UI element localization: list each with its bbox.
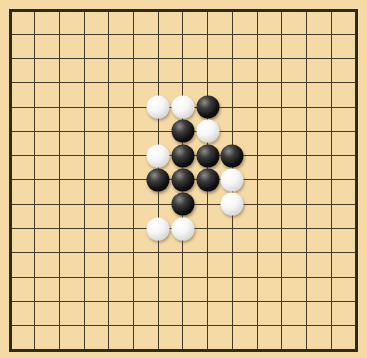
intersection-c4-r12[interactable] xyxy=(96,289,121,313)
black-stone xyxy=(171,120,194,143)
intersection-c14-r0[interactable] xyxy=(344,0,367,22)
intersection-c12-r0[interactable] xyxy=(294,0,319,22)
intersection-c14-r3[interactable] xyxy=(344,71,367,95)
intersection-c8-r12[interactable] xyxy=(195,289,220,313)
black-stone xyxy=(171,168,194,191)
intersection-c11-r4[interactable] xyxy=(269,95,294,119)
intersection-c6-r7[interactable] xyxy=(146,168,171,192)
intersection-c8-r10[interactable] xyxy=(195,241,220,265)
intersection-c7-r10[interactable] xyxy=(171,241,196,265)
intersection-c4-r6[interactable] xyxy=(96,144,121,168)
intersection-c2-r9[interactable] xyxy=(47,216,72,240)
intersection-c7-r11[interactable] xyxy=(171,265,196,289)
intersection-c10-r3[interactable] xyxy=(245,71,270,95)
intersection-c0-r14[interactable] xyxy=(0,338,22,358)
intersection-c3-r6[interactable] xyxy=(72,144,97,168)
intersection-c13-r10[interactable] xyxy=(319,241,344,265)
intersection-c5-r3[interactable] xyxy=(121,71,146,95)
intersection-c4-r13[interactable] xyxy=(96,314,121,338)
intersection-c6-r4[interactable] xyxy=(146,95,171,119)
intersection-c0-r5[interactable] xyxy=(0,119,22,143)
intersection-c13-r14[interactable] xyxy=(319,338,344,358)
intersection-c5-r4[interactable] xyxy=(121,95,146,119)
white-stone xyxy=(171,217,194,240)
intersection-c9-r6[interactable] xyxy=(220,144,245,168)
intersection-c9-r5[interactable] xyxy=(220,119,245,143)
intersection-c10-r12[interactable] xyxy=(245,289,270,313)
intersection-c14-r13[interactable] xyxy=(344,314,367,338)
intersection-c2-r2[interactable] xyxy=(47,46,72,70)
intersection-c4-r1[interactable] xyxy=(96,22,121,46)
intersection-c7-r7[interactable] xyxy=(171,168,196,192)
intersection-c1-r1[interactable] xyxy=(22,22,47,46)
intersection-c6-r8[interactable] xyxy=(146,192,171,216)
intersection-c3-r0[interactable] xyxy=(72,0,97,22)
intersection-c12-r1[interactable] xyxy=(294,22,319,46)
intersection-c4-r2[interactable] xyxy=(96,46,121,70)
intersection-c1-r5[interactable] xyxy=(22,119,47,143)
intersection-c9-r1[interactable] xyxy=(220,22,245,46)
intersection-c0-r4[interactable] xyxy=(0,95,22,119)
intersection-c14-r2[interactable] xyxy=(344,46,367,70)
intersection-c7-r0[interactable] xyxy=(171,0,196,22)
intersection-c3-r1[interactable] xyxy=(72,22,97,46)
intersection-c0-r8[interactable] xyxy=(0,192,22,216)
intersection-c3-r14[interactable] xyxy=(72,338,97,358)
intersection-c9-r7[interactable] xyxy=(220,168,245,192)
intersection-c6-r13[interactable] xyxy=(146,314,171,338)
intersection-c9-r12[interactable] xyxy=(220,289,245,313)
intersection-c11-r13[interactable] xyxy=(269,314,294,338)
intersection-c11-r0[interactable] xyxy=(269,0,294,22)
intersection-c12-r13[interactable] xyxy=(294,314,319,338)
intersection-c1-r4[interactable] xyxy=(22,95,47,119)
intersection-c2-r4[interactable] xyxy=(47,95,72,119)
gomoku-board-screenshot xyxy=(0,0,367,358)
intersection-c8-r8[interactable] xyxy=(195,192,220,216)
intersection-c5-r8[interactable] xyxy=(121,192,146,216)
black-stone xyxy=(196,96,219,119)
intersection-c1-r3[interactable] xyxy=(22,71,47,95)
intersection-c7-r1[interactable] xyxy=(171,22,196,46)
intersection-c0-r1[interactable] xyxy=(0,22,22,46)
intersection-c5-r5[interactable] xyxy=(121,119,146,143)
intersection-c5-r9[interactable] xyxy=(121,216,146,240)
intersection-c1-r11[interactable] xyxy=(22,265,47,289)
black-stone xyxy=(171,144,194,167)
intersection-c11-r7[interactable] xyxy=(269,168,294,192)
intersection-c6-r9[interactable] xyxy=(146,216,171,240)
intersection-c1-r0[interactable] xyxy=(22,0,47,22)
intersection-c7-r6[interactable] xyxy=(171,144,196,168)
intersection-c4-r10[interactable] xyxy=(96,241,121,265)
intersection-c5-r2[interactable] xyxy=(121,46,146,70)
intersection-c12-r12[interactable] xyxy=(294,289,319,313)
intersection-c14-r8[interactable] xyxy=(344,192,367,216)
intersection-c13-r8[interactable] xyxy=(319,192,344,216)
intersection-c14-r5[interactable] xyxy=(344,119,367,143)
intersection-c14-r1[interactable] xyxy=(344,22,367,46)
intersection-c5-r7[interactable] xyxy=(121,168,146,192)
intersection-c2-r10[interactable] xyxy=(47,241,72,265)
black-stone xyxy=(147,168,170,191)
intersection-c12-r11[interactable] xyxy=(294,265,319,289)
intersection-c11-r2[interactable] xyxy=(269,46,294,70)
black-stone xyxy=(196,168,219,191)
intersection-c13-r4[interactable] xyxy=(319,95,344,119)
intersection-c8-r11[interactable] xyxy=(195,265,220,289)
intersection-c10-r8[interactable] xyxy=(245,192,270,216)
intersection-c2-r7[interactable] xyxy=(47,168,72,192)
intersection-c4-r7[interactable] xyxy=(96,168,121,192)
intersection-c2-r14[interactable] xyxy=(47,338,72,358)
intersection-c13-r11[interactable] xyxy=(319,265,344,289)
intersection-c4-r9[interactable] xyxy=(96,216,121,240)
intersection-c5-r1[interactable] xyxy=(121,22,146,46)
intersection-c14-r14[interactable] xyxy=(344,338,367,358)
intersection-c5-r10[interactable] xyxy=(121,241,146,265)
intersection-c12-r8[interactable] xyxy=(294,192,319,216)
intersection-c14-r12[interactable] xyxy=(344,289,367,313)
intersection-c9-r10[interactable] xyxy=(220,241,245,265)
intersection-c12-r2[interactable] xyxy=(294,46,319,70)
intersection-c3-r13[interactable] xyxy=(72,314,97,338)
intersection-c7-r3[interactable] xyxy=(171,71,196,95)
intersection-c14-r10[interactable] xyxy=(344,241,367,265)
intersection-c14-r4[interactable] xyxy=(344,95,367,119)
intersection-c6-r5[interactable] xyxy=(146,119,171,143)
intersection-c7-r4[interactable] xyxy=(171,95,196,119)
intersection-c10-r7[interactable] xyxy=(245,168,270,192)
intersection-c1-r13[interactable] xyxy=(22,314,47,338)
intersection-c1-r9[interactable] xyxy=(22,216,47,240)
intersection-c12-r10[interactable] xyxy=(294,241,319,265)
intersection-c5-r0[interactable] xyxy=(121,0,146,22)
intersection-c11-r9[interactable] xyxy=(269,216,294,240)
intersection-c2-r3[interactable] xyxy=(47,71,72,95)
intersection-c8-r6[interactable] xyxy=(195,144,220,168)
intersection-c8-r2[interactable] xyxy=(195,46,220,70)
intersection-c3-r11[interactable] xyxy=(72,265,97,289)
intersection-c9-r13[interactable] xyxy=(220,314,245,338)
intersection-c1-r7[interactable] xyxy=(22,168,47,192)
intersection-c0-r0[interactable] xyxy=(0,0,22,22)
intersection-c3-r5[interactable] xyxy=(72,119,97,143)
intersection-c8-r14[interactable] xyxy=(195,338,220,358)
intersection-c10-r13[interactable] xyxy=(245,314,270,338)
intersection-c6-r14[interactable] xyxy=(146,338,171,358)
intersection-c14-r11[interactable] xyxy=(344,265,367,289)
intersection-c3-r7[interactable] xyxy=(72,168,97,192)
intersection-c13-r13[interactable] xyxy=(319,314,344,338)
intersection-c6-r2[interactable] xyxy=(146,46,171,70)
intersection-c1-r2[interactable] xyxy=(22,46,47,70)
board-grid xyxy=(0,0,367,358)
intersection-c11-r14[interactable] xyxy=(269,338,294,358)
intersection-c4-r0[interactable] xyxy=(96,0,121,22)
intersection-c11-r5[interactable] xyxy=(269,119,294,143)
intersection-c12-r7[interactable] xyxy=(294,168,319,192)
intersection-c10-r1[interactable] xyxy=(245,22,270,46)
intersection-c13-r1[interactable] xyxy=(319,22,344,46)
intersection-c8-r13[interactable] xyxy=(195,314,220,338)
intersection-c0-r2[interactable] xyxy=(0,46,22,70)
intersection-c6-r12[interactable] xyxy=(146,289,171,313)
intersection-c1-r12[interactable] xyxy=(22,289,47,313)
intersection-c10-r14[interactable] xyxy=(245,338,270,358)
intersection-c11-r6[interactable] xyxy=(269,144,294,168)
white-stone xyxy=(147,217,170,240)
intersection-c3-r3[interactable] xyxy=(72,71,97,95)
intersection-c0-r12[interactable] xyxy=(0,289,22,313)
intersection-c1-r14[interactable] xyxy=(22,338,47,358)
intersection-c7-r5[interactable] xyxy=(171,119,196,143)
intersection-c11-r1[interactable] xyxy=(269,22,294,46)
intersection-c13-r9[interactable] xyxy=(319,216,344,240)
intersection-c9-r2[interactable] xyxy=(220,46,245,70)
intersection-c8-r4[interactable] xyxy=(195,95,220,119)
intersection-c2-r6[interactable] xyxy=(47,144,72,168)
intersection-c4-r4[interactable] xyxy=(96,95,121,119)
intersection-c6-r0[interactable] xyxy=(146,0,171,22)
intersection-c8-r3[interactable] xyxy=(195,71,220,95)
intersection-c3-r4[interactable] xyxy=(72,95,97,119)
intersection-c12-r3[interactable] xyxy=(294,71,319,95)
intersection-c3-r9[interactable] xyxy=(72,216,97,240)
intersection-c10-r5[interactable] xyxy=(245,119,270,143)
intersection-c9-r9[interactable] xyxy=(220,216,245,240)
intersection-c8-r7[interactable] xyxy=(195,168,220,192)
intersection-c4-r14[interactable] xyxy=(96,338,121,358)
intersection-c7-r2[interactable] xyxy=(171,46,196,70)
intersection-c2-r0[interactable] xyxy=(47,0,72,22)
intersection-c9-r3[interactable] xyxy=(220,71,245,95)
intersection-c9-r11[interactable] xyxy=(220,265,245,289)
intersection-c11-r8[interactable] xyxy=(269,192,294,216)
white-stone xyxy=(147,96,170,119)
intersection-c6-r6[interactable] xyxy=(146,144,171,168)
intersection-c12-r5[interactable] xyxy=(294,119,319,143)
intersection-c11-r12[interactable] xyxy=(269,289,294,313)
white-stone xyxy=(147,144,170,167)
intersection-c6-r3[interactable] xyxy=(146,71,171,95)
intersection-c4-r8[interactable] xyxy=(96,192,121,216)
intersection-c14-r6[interactable] xyxy=(344,144,367,168)
intersection-c13-r0[interactable] xyxy=(319,0,344,22)
intersection-c6-r11[interactable] xyxy=(146,265,171,289)
intersection-c5-r6[interactable] xyxy=(121,144,146,168)
white-stone xyxy=(196,120,219,143)
intersection-c2-r13[interactable] xyxy=(47,314,72,338)
intersection-c10-r10[interactable] xyxy=(245,241,270,265)
intersection-c12-r14[interactable] xyxy=(294,338,319,358)
intersection-c1-r6[interactable] xyxy=(22,144,47,168)
intersection-c9-r8[interactable] xyxy=(220,192,245,216)
intersection-c10-r4[interactable] xyxy=(245,95,270,119)
intersection-c3-r10[interactable] xyxy=(72,241,97,265)
intersection-c9-r0[interactable] xyxy=(220,0,245,22)
intersection-c11-r10[interactable] xyxy=(269,241,294,265)
intersection-c14-r9[interactable] xyxy=(344,216,367,240)
intersection-c4-r3[interactable] xyxy=(96,71,121,95)
intersection-c7-r8[interactable] xyxy=(171,192,196,216)
intersection-c2-r11[interactable] xyxy=(47,265,72,289)
white-stone xyxy=(221,168,244,191)
intersection-c5-r11[interactable] xyxy=(121,265,146,289)
white-stone xyxy=(171,96,194,119)
intersection-c4-r11[interactable] xyxy=(96,265,121,289)
intersection-c10-r0[interactable] xyxy=(245,0,270,22)
intersection-c6-r10[interactable] xyxy=(146,241,171,265)
black-stone xyxy=(171,193,194,216)
intersection-c13-r5[interactable] xyxy=(319,119,344,143)
intersection-c0-r13[interactable] xyxy=(0,314,22,338)
intersection-c10-r9[interactable] xyxy=(245,216,270,240)
intersection-c0-r6[interactable] xyxy=(0,144,22,168)
intersection-c10-r11[interactable] xyxy=(245,265,270,289)
intersection-c11-r11[interactable] xyxy=(269,265,294,289)
intersection-c12-r6[interactable] xyxy=(294,144,319,168)
intersection-c7-r9[interactable] xyxy=(171,216,196,240)
black-stone xyxy=(196,144,219,167)
intersection-c12-r9[interactable] xyxy=(294,216,319,240)
intersection-c0-r9[interactable] xyxy=(0,216,22,240)
intersection-c8-r9[interactable] xyxy=(195,216,220,240)
intersection-c13-r6[interactable] xyxy=(319,144,344,168)
intersection-c0-r11[interactable] xyxy=(0,265,22,289)
intersection-c12-r4[interactable] xyxy=(294,95,319,119)
intersection-c5-r13[interactable] xyxy=(121,314,146,338)
white-stone xyxy=(221,193,244,216)
intersection-c9-r14[interactable] xyxy=(220,338,245,358)
intersection-c10-r2[interactable] xyxy=(245,46,270,70)
intersection-c8-r5[interactable] xyxy=(195,119,220,143)
intersection-c8-r1[interactable] xyxy=(195,22,220,46)
intersection-c0-r3[interactable] xyxy=(0,71,22,95)
intersection-c3-r8[interactable] xyxy=(72,192,97,216)
intersection-c5-r14[interactable] xyxy=(121,338,146,358)
intersection-c9-r4[interactable] xyxy=(220,95,245,119)
intersection-c8-r0[interactable] xyxy=(195,0,220,22)
intersection-c2-r1[interactable] xyxy=(47,22,72,46)
intersection-c7-r14[interactable] xyxy=(171,338,196,358)
intersection-c13-r12[interactable] xyxy=(319,289,344,313)
intersection-c3-r2[interactable] xyxy=(72,46,97,70)
intersection-c6-r1[interactable] xyxy=(146,22,171,46)
intersection-c7-r12[interactable] xyxy=(171,289,196,313)
intersection-c5-r12[interactable] xyxy=(121,289,146,313)
intersection-c13-r3[interactable] xyxy=(319,71,344,95)
intersection-c0-r7[interactable] xyxy=(0,168,22,192)
intersection-c1-r8[interactable] xyxy=(22,192,47,216)
intersection-c7-r13[interactable] xyxy=(171,314,196,338)
intersection-c11-r3[interactable] xyxy=(269,71,294,95)
intersection-c10-r6[interactable] xyxy=(245,144,270,168)
intersection-c2-r12[interactable] xyxy=(47,289,72,313)
intersection-c13-r7[interactable] xyxy=(319,168,344,192)
intersection-c2-r8[interactable] xyxy=(47,192,72,216)
intersection-c4-r5[interactable] xyxy=(96,119,121,143)
black-stone xyxy=(221,144,244,167)
intersection-c3-r12[interactable] xyxy=(72,289,97,313)
intersection-c1-r10[interactable] xyxy=(22,241,47,265)
intersection-c2-r5[interactable] xyxy=(47,119,72,143)
intersection-c14-r7[interactable] xyxy=(344,168,367,192)
intersection-c0-r10[interactable] xyxy=(0,241,22,265)
intersection-c13-r2[interactable] xyxy=(319,46,344,70)
